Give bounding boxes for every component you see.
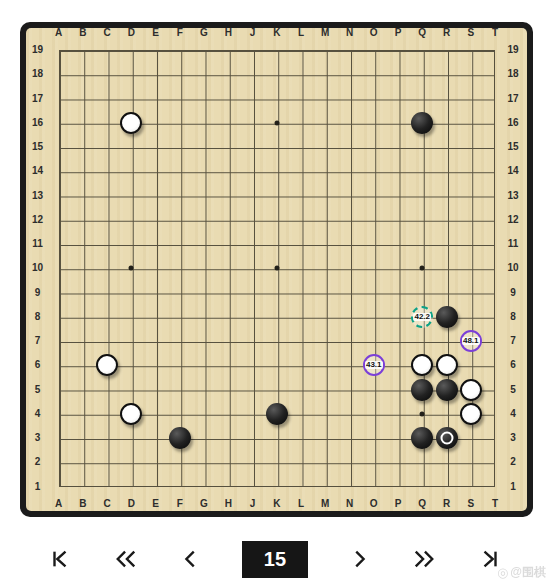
move-number: 15 [264, 548, 286, 571]
back-10-icon [114, 548, 138, 570]
move-suggestion-O6[interactable]: 43.1 [363, 354, 385, 376]
go-board: ABCDEFGHJKLMNOPQRST ABCDEFGHJKLMNOPQRST … [20, 22, 533, 517]
first-move-button[interactable] [45, 544, 75, 574]
stone-black [411, 427, 433, 449]
move-navigation: 15 [45, 538, 505, 580]
move-suggestion-S7[interactable]: 48.1 [460, 330, 482, 352]
stone-black [169, 427, 191, 449]
move-number-display: 15 [242, 541, 308, 578]
stone-white [411, 354, 433, 376]
stone-white [436, 354, 458, 376]
watermark: ◎ @围棋 [497, 564, 546, 581]
stone-black [436, 379, 458, 401]
stone-black [436, 306, 458, 328]
back-1-icon [180, 548, 202, 570]
stone-white [120, 403, 142, 425]
stone-black [436, 427, 458, 449]
stone-black [411, 112, 433, 134]
stone-black [411, 379, 433, 401]
forward-10-button[interactable] [409, 544, 439, 574]
stone-white [460, 379, 482, 401]
move-suggestion-Q8[interactable]: 42.2 [411, 306, 433, 328]
watermark-icon: ◎ [497, 565, 508, 580]
suggestion-value: 42.2 [413, 313, 431, 321]
stones-layer: 42.248.143.1 [46, 38, 507, 499]
next-move-button[interactable] [344, 544, 374, 574]
skip-to-start-icon [49, 548, 71, 570]
suggestion-value: 48.1 [462, 337, 480, 345]
suggestion-value: 43.1 [365, 361, 383, 369]
last-move-marker [440, 432, 453, 445]
stone-white [96, 354, 118, 376]
stone-white [120, 112, 142, 134]
watermark-text: @围棋 [510, 564, 546, 581]
forward-1-icon [348, 548, 370, 570]
stone-black [266, 403, 288, 425]
forward-10-icon [412, 548, 436, 570]
stone-white [460, 403, 482, 425]
back-10-button[interactable] [111, 544, 141, 574]
previous-move-button[interactable] [176, 544, 206, 574]
